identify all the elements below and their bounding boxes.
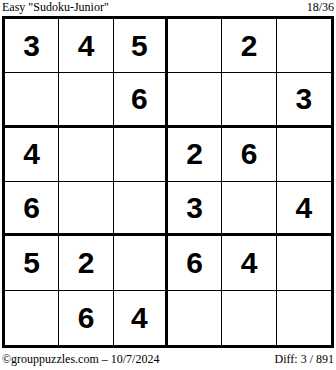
cell-r4c3[interactable]	[114, 182, 168, 236]
cell-r1c5: 2	[222, 19, 276, 73]
cell-r1c6[interactable]	[277, 19, 331, 73]
cell-r6c3: 4	[114, 291, 168, 345]
cell-r3c4: 2	[168, 128, 222, 182]
cell-r4c6: 4	[277, 182, 331, 236]
cell-r6c4[interactable]	[168, 291, 222, 345]
cell-r4c1: 6	[5, 182, 59, 236]
cell-r2c5[interactable]	[222, 73, 276, 127]
cell-r3c5: 6	[222, 128, 276, 182]
cell-r4c4: 3	[168, 182, 222, 236]
cell-r3c3[interactable]	[114, 128, 168, 182]
given-count: 18/36	[307, 0, 334, 14]
sudoku-board: 3 4 5 2 6 3 4 2 6 6 3 4 5 2 6 4 6 4	[2, 16, 334, 348]
cell-r2c2[interactable]	[59, 73, 113, 127]
puzzle-title: Easy "Sudoku-Junior"	[2, 0, 109, 14]
cell-r6c1[interactable]	[5, 291, 59, 345]
cell-r4c5[interactable]	[222, 182, 276, 236]
cell-r3c2[interactable]	[59, 128, 113, 182]
cell-r5c2: 2	[59, 236, 113, 290]
cell-r1c4[interactable]	[168, 19, 222, 73]
cell-r6c5[interactable]	[222, 291, 276, 345]
copyright-text: ©grouppuzzles.com – 10/7/2024	[2, 352, 159, 366]
page-header: Easy "Sudoku-Junior" 18/36	[2, 0, 334, 15]
cell-r5c4: 6	[168, 236, 222, 290]
cell-r3c6[interactable]	[277, 128, 331, 182]
cell-r6c2: 6	[59, 291, 113, 345]
cell-r1c1: 3	[5, 19, 59, 73]
cell-r5c6[interactable]	[277, 236, 331, 290]
cell-r2c6: 3	[277, 73, 331, 127]
cell-r2c1[interactable]	[5, 73, 59, 127]
cell-r1c2: 4	[59, 19, 113, 73]
cell-r2c3: 6	[114, 73, 168, 127]
page-footer: ©grouppuzzles.com – 10/7/2024 Diff: 3 / …	[2, 352, 334, 366]
cell-r5c1: 5	[5, 236, 59, 290]
cell-r6c6[interactable]	[277, 291, 331, 345]
cell-r4c2[interactable]	[59, 182, 113, 236]
difficulty-text: Diff: 3 / 891	[275, 352, 334, 366]
cell-r5c3[interactable]	[114, 236, 168, 290]
cell-r3c1: 4	[5, 128, 59, 182]
cell-r1c3: 5	[114, 19, 168, 73]
cell-r2c4[interactable]	[168, 73, 222, 127]
cell-r5c5: 4	[222, 236, 276, 290]
